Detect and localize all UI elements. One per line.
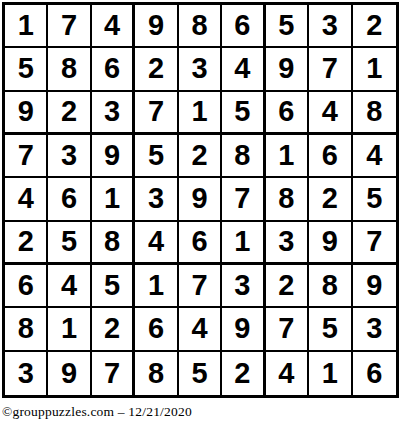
sudoku-cell-r9c2: 9	[48, 352, 91, 395]
sudoku-cell-r5c4: 3	[135, 178, 178, 221]
sudoku-cell-r9c9: 6	[353, 352, 396, 395]
sudoku-cell-r4c7: 1	[266, 135, 309, 178]
sudoku-cell-r3c7: 6	[266, 92, 309, 135]
sudoku-cell-r1c9: 2	[353, 5, 396, 48]
sudoku-cell-r8c1: 8	[5, 308, 48, 351]
copyright-footer: ©grouppuzzles.com – 12/21/2020	[2, 404, 402, 420]
sudoku-cell-r7c3: 5	[92, 265, 135, 308]
sudoku-cell-r8c7: 7	[266, 308, 309, 351]
sudoku-cell-r5c1: 4	[5, 178, 48, 221]
sudoku-cell-r5c6: 7	[222, 178, 265, 221]
sudoku-cell-r1c3: 4	[92, 5, 135, 48]
sudoku-cell-r2c1: 5	[5, 48, 48, 91]
sudoku-cell-r5c5: 9	[179, 178, 222, 221]
sudoku-cell-r1c8: 3	[309, 5, 352, 48]
sudoku-cell-r1c1: 1	[5, 5, 48, 48]
sudoku-cell-r9c8: 1	[309, 352, 352, 395]
sudoku-cell-r2c3: 6	[92, 48, 135, 91]
sudoku-cell-r3c1: 9	[5, 92, 48, 135]
sudoku-cell-r6c6: 1	[222, 222, 265, 265]
sudoku-cell-r3c9: 8	[353, 92, 396, 135]
sudoku-cell-r6c4: 4	[135, 222, 178, 265]
sudoku-cell-r1c5: 8	[179, 5, 222, 48]
sudoku-cell-r8c6: 9	[222, 308, 265, 351]
sudoku-cell-r4c8: 6	[309, 135, 352, 178]
sudoku-cell-r9c6: 2	[222, 352, 265, 395]
sudoku-cell-r4c1: 7	[5, 135, 48, 178]
sudoku-cell-r3c2: 2	[48, 92, 91, 135]
sudoku-cell-r1c4: 9	[135, 5, 178, 48]
sudoku-cell-r7c9: 9	[353, 265, 396, 308]
sudoku-cell-r4c2: 3	[48, 135, 91, 178]
sudoku-cell-r6c3: 8	[92, 222, 135, 265]
sudoku-cell-r2c5: 3	[179, 48, 222, 91]
sudoku-cell-r4c3: 9	[92, 135, 135, 178]
sudoku-cell-r8c2: 1	[48, 308, 91, 351]
sudoku-cell-r3c3: 3	[92, 92, 135, 135]
sudoku-cell-r4c4: 5	[135, 135, 178, 178]
sudoku-cell-r4c6: 8	[222, 135, 265, 178]
sudoku-cell-r4c5: 2	[179, 135, 222, 178]
sudoku-cell-r7c4: 1	[135, 265, 178, 308]
sudoku-cell-r2c2: 8	[48, 48, 91, 91]
sudoku-cell-r5c3: 1	[92, 178, 135, 221]
sudoku-cell-r3c4: 7	[135, 92, 178, 135]
sudoku-cell-r7c1: 6	[5, 265, 48, 308]
sudoku-cell-r1c7: 5	[266, 5, 309, 48]
sudoku-cell-r2c9: 1	[353, 48, 396, 91]
sudoku-cell-r7c2: 4	[48, 265, 91, 308]
sudoku-cell-r3c6: 5	[222, 92, 265, 135]
sudoku-cell-r2c4: 2	[135, 48, 178, 91]
sudoku-cell-r9c1: 3	[5, 352, 48, 395]
sudoku-cell-r2c7: 9	[266, 48, 309, 91]
sudoku-cell-r5c9: 5	[353, 178, 396, 221]
sudoku-cell-r8c4: 6	[135, 308, 178, 351]
sudoku-cell-r6c1: 2	[5, 222, 48, 265]
sudoku-cell-r8c8: 5	[309, 308, 352, 351]
sudoku-cell-r5c2: 6	[48, 178, 91, 221]
sudoku-cell-r6c2: 5	[48, 222, 91, 265]
sudoku-cell-r7c7: 2	[266, 265, 309, 308]
sudoku-cell-r7c5: 7	[179, 265, 222, 308]
sudoku-cell-r6c5: 6	[179, 222, 222, 265]
sudoku-cell-r8c5: 4	[179, 308, 222, 351]
sudoku-cell-r5c8: 2	[309, 178, 352, 221]
sudoku-cell-r6c7: 3	[266, 222, 309, 265]
sudoku-cell-r1c6: 6	[222, 5, 265, 48]
sudoku-cell-r5c7: 8	[266, 178, 309, 221]
sudoku-cell-r1c2: 7	[48, 5, 91, 48]
sudoku-cell-r3c8: 4	[309, 92, 352, 135]
sudoku-cell-r7c8: 8	[309, 265, 352, 308]
sudoku-cell-r6c8: 9	[309, 222, 352, 265]
sudoku-cell-r8c3: 2	[92, 308, 135, 351]
sudoku-cell-r4c9: 4	[353, 135, 396, 178]
sudoku-board: 1749865325862349719237156487395281644613…	[2, 2, 399, 398]
sudoku-cell-r6c9: 7	[353, 222, 396, 265]
sudoku-cell-r2c8: 7	[309, 48, 352, 91]
sudoku-cell-r7c6: 3	[222, 265, 265, 308]
sudoku-cell-r3c5: 1	[179, 92, 222, 135]
sudoku-cell-r9c5: 5	[179, 352, 222, 395]
sudoku-cell-r9c3: 7	[92, 352, 135, 395]
sudoku-cell-r9c7: 4	[266, 352, 309, 395]
sudoku-cell-r2c6: 4	[222, 48, 265, 91]
sudoku-cell-r8c9: 3	[353, 308, 396, 351]
sudoku-cell-r9c4: 8	[135, 352, 178, 395]
